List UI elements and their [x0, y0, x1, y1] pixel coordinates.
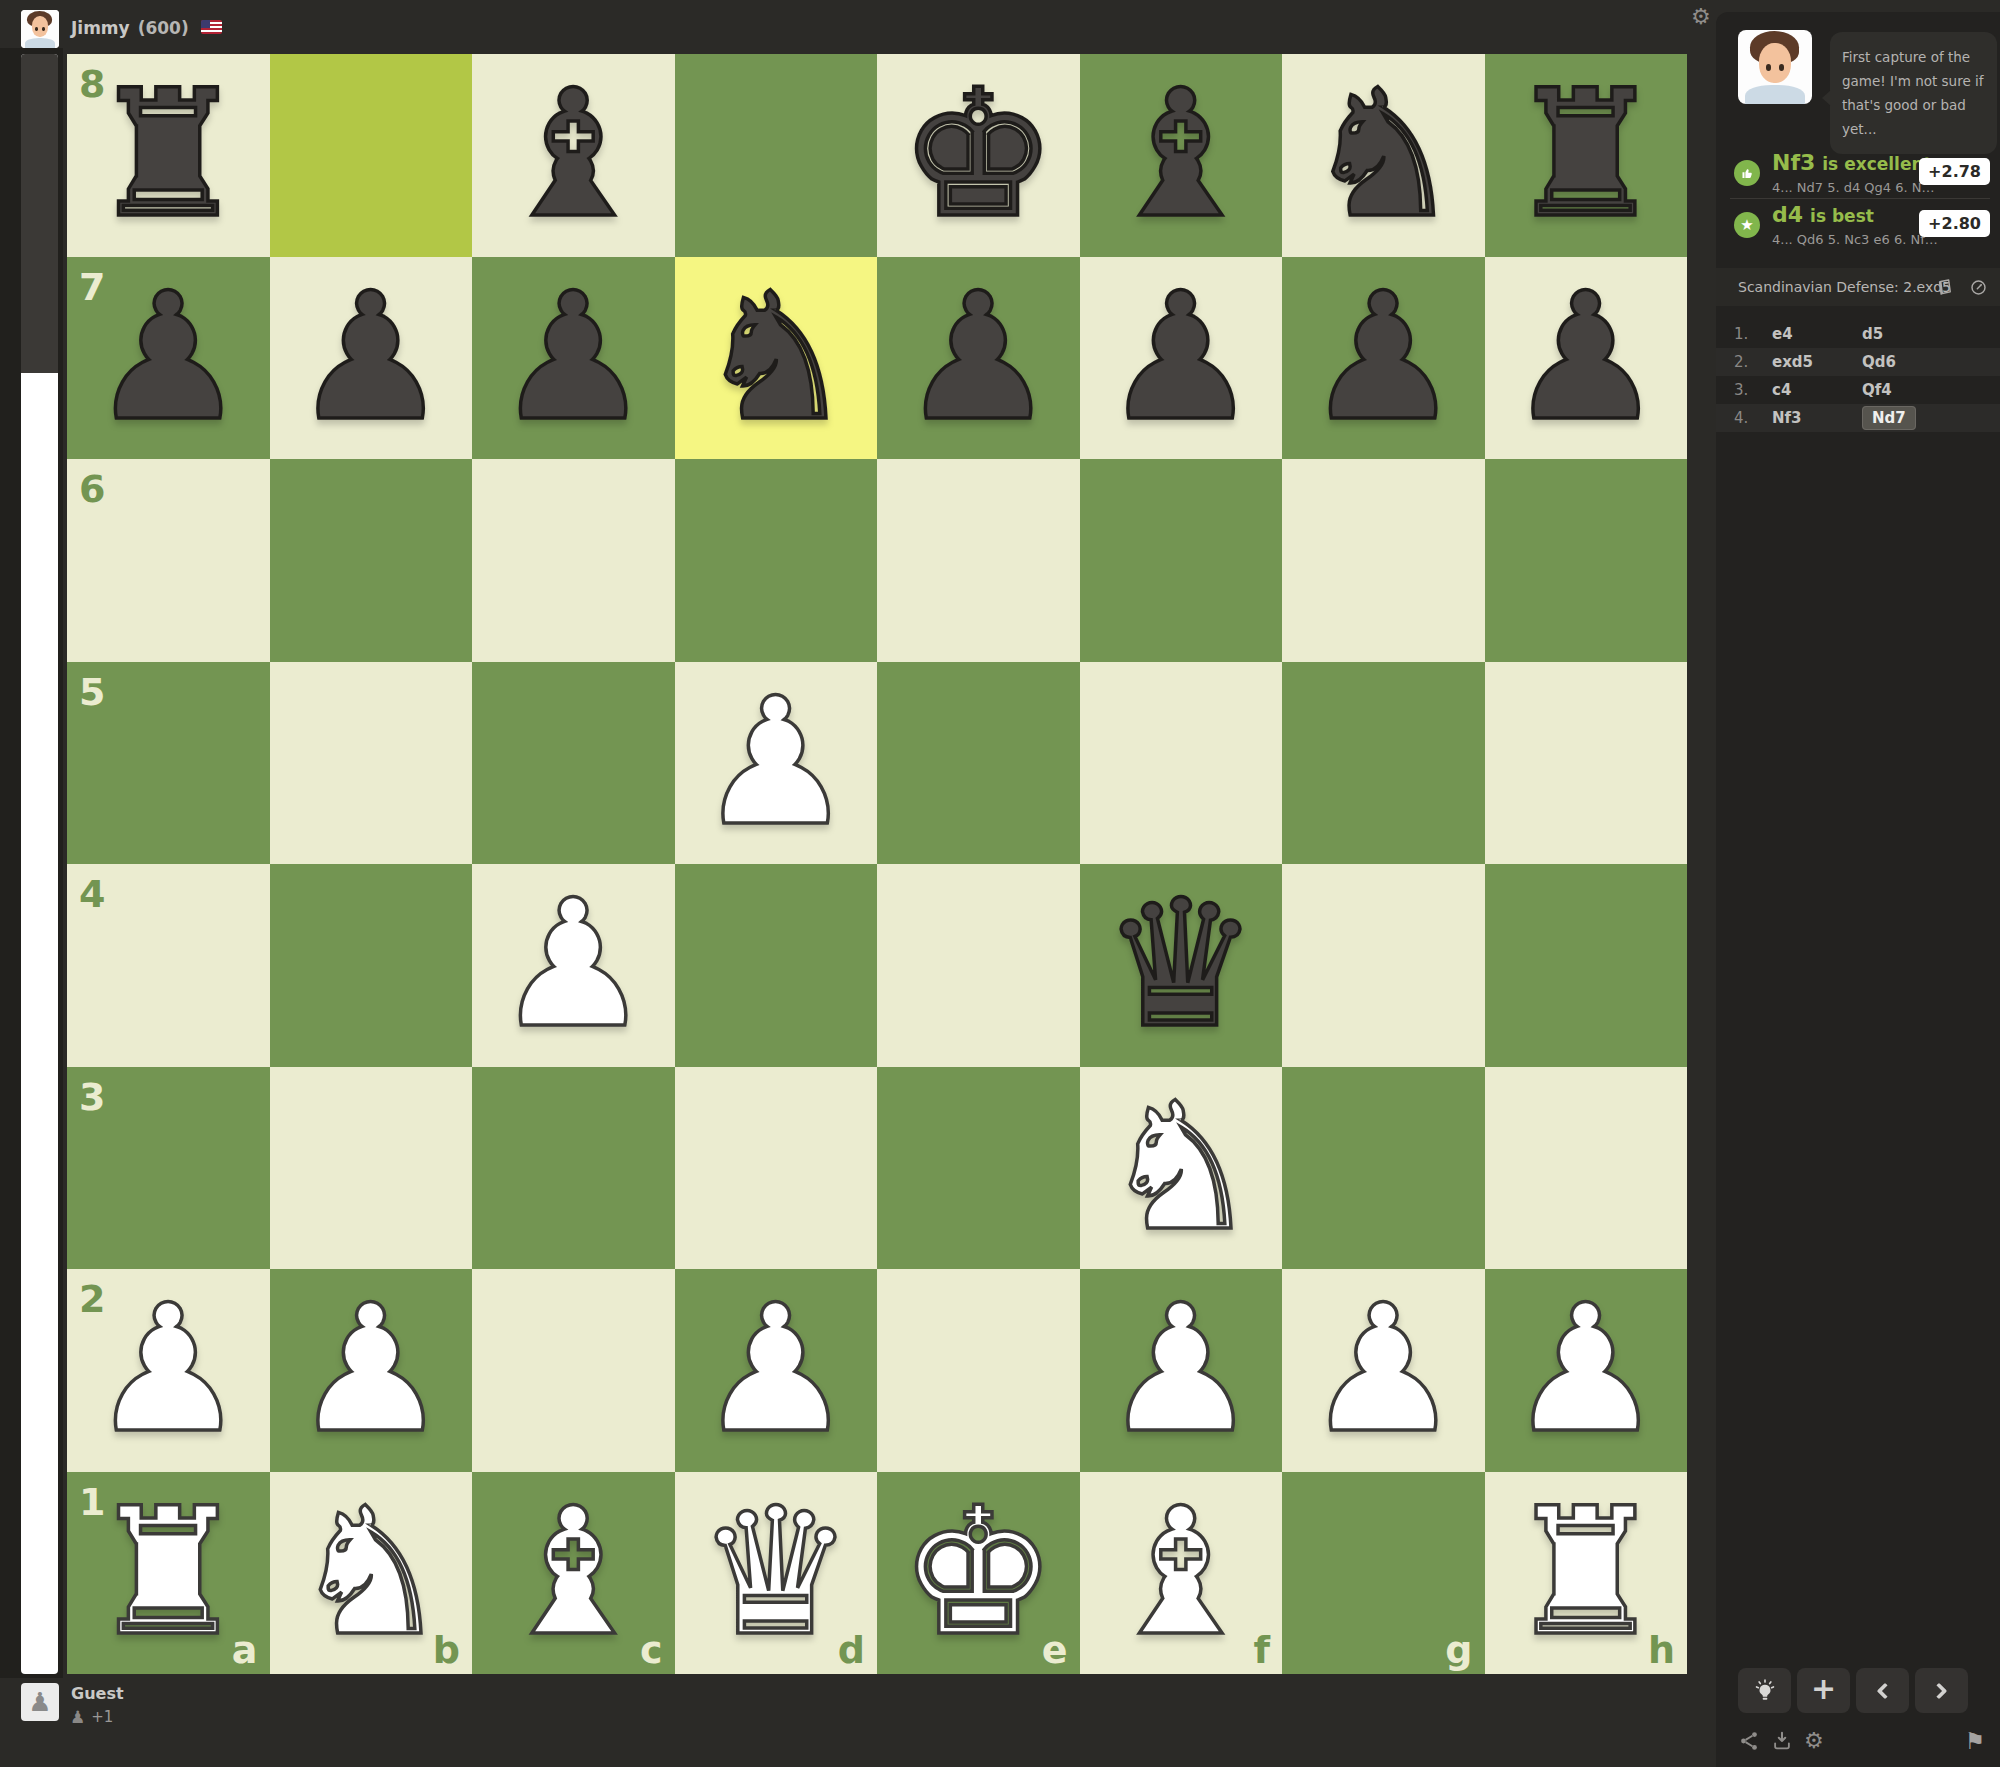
- best-move-san: Nf3: [1772, 150, 1815, 175]
- square-g2[interactable]: ♟: [1282, 1269, 1485, 1472]
- eval-badge: +2.80: [1919, 210, 1990, 237]
- book-icon[interactable]: [1936, 278, 1955, 297]
- square-a3[interactable]: 3: [67, 1067, 270, 1270]
- square-h4[interactable]: [1485, 864, 1688, 1067]
- square-f2[interactable]: ♟: [1080, 1269, 1283, 1472]
- square-g3[interactable]: [1282, 1067, 1485, 1270]
- square-d2[interactable]: ♟: [675, 1269, 878, 1472]
- square-a2[interactable]: 2♟: [67, 1269, 270, 1472]
- black-move[interactable]: Qd6: [1862, 353, 1896, 371]
- square-h6[interactable]: [1485, 459, 1688, 662]
- piece-black-king[interactable]: ♚: [877, 54, 1080, 257]
- square-a5[interactable]: 5: [67, 662, 270, 865]
- square-d6[interactable]: [675, 459, 878, 662]
- move-row-4[interactable]: 4. Nf3 Nd7: [1716, 404, 2000, 432]
- square-g4[interactable]: [1282, 864, 1485, 1067]
- piece-black-pawn[interactable]: ♟: [472, 257, 675, 460]
- bottom-player-name[interactable]: Guest: [71, 1684, 124, 1703]
- move-number: 3.: [1734, 381, 1772, 399]
- square-h3[interactable]: [1485, 1067, 1688, 1270]
- piece-white-pawn[interactable]: ♟: [1485, 1269, 1688, 1472]
- piece-black-queen[interactable]: ♛: [1080, 864, 1283, 1067]
- star-icon: ★: [1734, 212, 1760, 238]
- square-f6[interactable]: [1080, 459, 1283, 662]
- thumbs-up-icon: [1734, 160, 1760, 186]
- best-move-san: d4: [1772, 202, 1803, 227]
- piece-white-king[interactable]: ♚: [877, 1472, 1080, 1675]
- piece-black-pawn[interactable]: ♟: [67, 257, 270, 460]
- square-d4[interactable]: [675, 864, 878, 1067]
- chevron-right-icon: [1931, 1682, 1948, 1699]
- rank-label-4: 4: [79, 872, 105, 916]
- square-b2[interactable]: ♟: [270, 1269, 473, 1472]
- white-move[interactable]: exd5: [1772, 353, 1862, 371]
- previous-move-button[interactable]: [1856, 1668, 1909, 1713]
- square-b4[interactable]: [270, 864, 473, 1067]
- square-a4[interactable]: 4: [67, 864, 270, 1067]
- rank-label-5: 5: [79, 670, 105, 714]
- engine-line-title: Nf3is excellent: [1772, 150, 1932, 175]
- white-move[interactable]: Nf3: [1772, 409, 1862, 427]
- piece-black-pawn[interactable]: ♟: [1080, 257, 1283, 460]
- piece-black-rook[interactable]: ♜: [1485, 54, 1688, 257]
- share-icon[interactable]: [1738, 1730, 1760, 1752]
- piece-white-bishop[interactable]: ♝: [1080, 1472, 1283, 1675]
- square-c4[interactable]: ♟: [472, 864, 675, 1067]
- engine-line-d4[interactable]: ★ d4is best 4... Qd6 5. Nc3 e6 6. Nf… +2…: [1716, 200, 2000, 252]
- hint-lightbulb-button[interactable]: [1738, 1668, 1791, 1713]
- piece-white-pawn[interactable]: ♟: [270, 1269, 473, 1472]
- piece-black-knight[interactable]: ♞: [675, 257, 878, 460]
- eval-badge: +2.78: [1919, 158, 1990, 185]
- square-c5[interactable]: [472, 662, 675, 865]
- square-e6[interactable]: [877, 459, 1080, 662]
- bottom-player-avatar[interactable]: ♟: [21, 1683, 59, 1721]
- flag-icon[interactable]: ⚑: [1964, 1728, 1985, 1754]
- square-c6[interactable]: [472, 459, 675, 662]
- move-number: 2.: [1734, 353, 1772, 371]
- engine-line-nf3[interactable]: Nf3is excellent 4... Nd7 5. d4 Qg4 6. N……: [1716, 148, 2000, 200]
- piece-black-pawn[interactable]: ♟: [1485, 257, 1688, 460]
- rank-label-3: 3: [79, 1075, 105, 1119]
- square-g7[interactable]: ♟: [1282, 257, 1485, 460]
- square-d8[interactable]: [675, 54, 878, 257]
- square-e2[interactable]: [877, 1269, 1080, 1472]
- piece-black-bishop[interactable]: ♝: [472, 54, 675, 257]
- engine-line-title: d4is best: [1772, 202, 1874, 227]
- square-b8[interactable]: [270, 54, 473, 257]
- eval-black-section: [21, 54, 58, 373]
- square-f7[interactable]: ♟: [1080, 257, 1283, 460]
- captured-pawn-icon: ♟: [70, 1707, 85, 1727]
- piece-black-rook[interactable]: ♜: [67, 54, 270, 257]
- piece-white-pawn[interactable]: ♟: [472, 864, 675, 1067]
- square-e1[interactable]: e♚: [877, 1472, 1080, 1675]
- square-c1[interactable]: c♝: [472, 1472, 675, 1675]
- piece-white-bishop[interactable]: ♝: [472, 1472, 675, 1675]
- selected-move[interactable]: Nd7: [1862, 406, 1916, 430]
- piece-black-bishop[interactable]: ♝: [1080, 54, 1283, 257]
- square-b6[interactable]: [270, 459, 473, 662]
- square-h8[interactable]: ♜: [1485, 54, 1688, 257]
- piece-black-pawn[interactable]: ♟: [270, 257, 473, 460]
- square-a1[interactable]: 1a♜: [67, 1472, 270, 1675]
- opening-row[interactable]: Scandinavian Defense: 2.exd5: [1716, 268, 2000, 306]
- chess-board[interactable]: 8♜♝♚♝♞♜7♟♟♟♞♟♟♟♟65♟4♟♛3♞2♟♟♟♟♟♟1a♜b♞c♝d♛…: [67, 54, 1687, 1674]
- square-d7[interactable]: ♞: [675, 257, 878, 460]
- square-e3[interactable]: [877, 1067, 1080, 1270]
- settings-gear-icon[interactable]: ⚙: [1804, 1728, 1824, 1754]
- top-player-row: Jimmy (600): [21, 10, 222, 48]
- white-move[interactable]: c4: [1772, 381, 1862, 399]
- analysis-screen: Jimmy (600) ⚙ 8♜♝♚♝♞♜7♟♟♟♞♟♟♟♟65♟4♟♛3♞2♟…: [0, 0, 2000, 1767]
- move-row-2[interactable]: 2. exd5 Qd6: [1716, 348, 2000, 376]
- square-c3[interactable]: [472, 1067, 675, 1270]
- engine-continuation: 4... Qd6 5. Nc3 e6 6. Nf…: [1772, 232, 1938, 247]
- top-player-rating: (600): [138, 18, 189, 38]
- move-number: 4.: [1734, 409, 1772, 427]
- coach-avatar-art: [1738, 30, 1812, 104]
- opening-name: Scandinavian Defense: 2.exd5: [1738, 279, 1951, 295]
- top-player-avatar[interactable]: [21, 10, 59, 48]
- engine-continuation: 4... Nd7 5. d4 Qg4 6. N…: [1772, 180, 1935, 195]
- square-g1[interactable]: g: [1282, 1472, 1485, 1675]
- piece-black-knight[interactable]: ♞: [1282, 54, 1485, 257]
- piece-black-pawn[interactable]: ♟: [1282, 257, 1485, 460]
- navigation-controls: +: [1738, 1668, 1968, 1713]
- square-b3[interactable]: [270, 1067, 473, 1270]
- divider: [1730, 198, 1990, 199]
- square-a6[interactable]: 6: [67, 459, 270, 662]
- square-a8[interactable]: 8♜: [67, 54, 270, 257]
- square-f8[interactable]: ♝: [1080, 54, 1283, 257]
- square-e8[interactable]: ♚: [877, 54, 1080, 257]
- us-flag-icon: [201, 20, 222, 34]
- piece-white-pawn[interactable]: ♟: [67, 1269, 270, 1472]
- square-h5[interactable]: [1485, 662, 1688, 865]
- square-b5[interactable]: [270, 662, 473, 865]
- material-count: +1: [91, 1708, 113, 1726]
- piece-black-pawn[interactable]: ♟: [877, 257, 1080, 460]
- captured-material: ♟ +1: [70, 1707, 113, 1727]
- square-e4[interactable]: [877, 864, 1080, 1067]
- coach-avatar[interactable]: [1738, 30, 1812, 104]
- file-label-g: g: [1445, 1628, 1472, 1672]
- move-row-3[interactable]: 3. c4 Qf4: [1716, 376, 2000, 404]
- chevron-left-icon: [1877, 1682, 1894, 1699]
- square-e7[interactable]: ♟: [877, 257, 1080, 460]
- square-f5[interactable]: [1080, 662, 1283, 865]
- piece-white-rook[interactable]: ♜: [1485, 1472, 1688, 1675]
- add-move-button[interactable]: +: [1797, 1668, 1850, 1713]
- piece-white-rook[interactable]: ♜: [67, 1472, 270, 1675]
- download-icon[interactable]: [1771, 1730, 1793, 1752]
- square-f4[interactable]: ♛: [1080, 864, 1283, 1067]
- piece-white-pawn[interactable]: ♟: [1282, 1269, 1485, 1472]
- white-move[interactable]: e4: [1772, 325, 1862, 343]
- board-settings-gear-icon[interactable]: ⚙: [1691, 6, 1711, 28]
- black-move[interactable]: Qf4: [1862, 381, 1892, 399]
- piece-white-pawn[interactable]: ♟: [1080, 1269, 1283, 1472]
- plus-icon: +: [1811, 1674, 1836, 1704]
- square-d5[interactable]: ♟: [675, 662, 878, 865]
- coach-speech-bubble: First capture of the game! I'm not sure …: [1830, 32, 1997, 154]
- square-h1[interactable]: h♜: [1485, 1472, 1688, 1675]
- next-move-button[interactable]: [1915, 1668, 1968, 1713]
- square-h2[interactable]: ♟: [1485, 1269, 1688, 1472]
- piece-white-knight[interactable]: ♞: [270, 1472, 473, 1675]
- piece-white-pawn[interactable]: ♟: [675, 662, 878, 865]
- piece-white-pawn[interactable]: ♟: [675, 1269, 878, 1472]
- square-d3[interactable]: [675, 1067, 878, 1270]
- move-verdict: is excellent: [1822, 154, 1931, 174]
- square-c2[interactable]: [472, 1269, 675, 1472]
- square-h7[interactable]: ♟: [1485, 257, 1688, 460]
- square-f3[interactable]: ♞: [1080, 1067, 1283, 1270]
- avatar-art: [21, 10, 59, 48]
- square-b7[interactable]: ♟: [270, 257, 473, 460]
- square-c7[interactable]: ♟: [472, 257, 675, 460]
- square-g6[interactable]: [1282, 459, 1485, 662]
- move-number: 1.: [1734, 325, 1772, 343]
- square-g5[interactable]: [1282, 662, 1485, 865]
- top-player-name[interactable]: Jimmy: [71, 18, 130, 38]
- move-row-1[interactable]: 1. e4 d5: [1716, 320, 2000, 348]
- square-e5[interactable]: [877, 662, 1080, 865]
- analysis-panel: First capture of the game! I'm not sure …: [1716, 12, 2000, 1767]
- utility-row: ⚙ ⚑: [1738, 1728, 1985, 1754]
- square-c8[interactable]: ♝: [472, 54, 675, 257]
- piece-white-knight[interactable]: ♞: [1080, 1067, 1283, 1270]
- square-b1[interactable]: b♞: [270, 1472, 473, 1675]
- square-d1[interactable]: d♛: [675, 1472, 878, 1675]
- black-move[interactable]: d5: [1862, 325, 1883, 343]
- square-f1[interactable]: f♝: [1080, 1472, 1283, 1675]
- square-g8[interactable]: ♞: [1282, 54, 1485, 257]
- explorer-icon[interactable]: [1969, 278, 1988, 297]
- move-verdict: is best: [1810, 206, 1874, 226]
- piece-white-queen[interactable]: ♛: [675, 1472, 878, 1675]
- square-a7[interactable]: 7♟: [67, 257, 270, 460]
- evaluation-bar: [21, 54, 58, 1674]
- rank-label-6: 6: [79, 467, 105, 511]
